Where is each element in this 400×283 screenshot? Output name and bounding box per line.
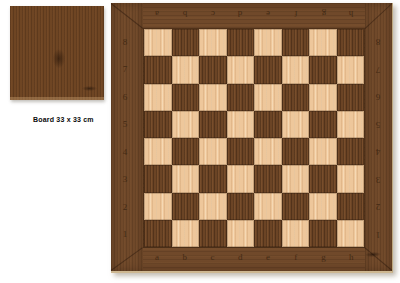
square-e3	[254, 165, 282, 192]
square-f8	[282, 29, 310, 56]
rank-label-right-7: 7	[366, 56, 390, 84]
square-c2	[199, 193, 227, 220]
square-d1	[227, 220, 255, 247]
rank-label-right-6: 6	[366, 83, 390, 111]
file-label-top-h: h	[337, 4, 365, 24]
square-d8	[227, 29, 255, 56]
square-a1	[144, 220, 172, 247]
square-d2	[227, 193, 255, 220]
square-a6	[144, 84, 172, 111]
file-label-bottom-c: c	[199, 248, 227, 265]
square-b6	[172, 84, 200, 111]
product-page: Board 33 x 33 cm abcdefgh abcdefgh 87654…	[0, 0, 400, 283]
board-size-caption: Board 33 x 33 cm	[33, 116, 94, 123]
square-h4	[337, 138, 365, 165]
square-d3	[227, 165, 255, 192]
square-c7	[199, 56, 227, 83]
rank-label-left-1: 1	[113, 221, 137, 249]
square-e6	[254, 84, 282, 111]
rank-label-left-5: 5	[113, 111, 137, 139]
square-e2	[254, 193, 282, 220]
file-labels-top: abcdefgh	[143, 4, 365, 24]
rank-label-left-3: 3	[113, 166, 137, 194]
brand-stamp-front	[365, 252, 381, 258]
file-label-top-a: a	[143, 4, 171, 24]
square-c8	[199, 29, 227, 56]
square-a3	[144, 165, 172, 192]
file-label-bottom-f: f	[282, 248, 310, 265]
file-label-top-c: c	[199, 4, 227, 24]
square-e8	[254, 29, 282, 56]
file-label-top-e: e	[254, 4, 282, 24]
file-label-bottom-g: g	[310, 248, 338, 265]
rank-label-left-2: 2	[113, 193, 137, 221]
square-b5	[172, 111, 200, 138]
rank-label-right-4: 4	[366, 138, 390, 166]
square-e1	[254, 220, 282, 247]
square-g5	[309, 111, 337, 138]
file-label-top-b: b	[171, 4, 199, 24]
square-g8	[309, 29, 337, 56]
square-b4	[172, 138, 200, 165]
square-f1	[282, 220, 310, 247]
square-f3	[282, 165, 310, 192]
chess-board: abcdefgh abcdefgh 87654321 87654321	[111, 3, 393, 273]
square-e5	[254, 111, 282, 138]
square-b8	[172, 29, 200, 56]
square-g2	[309, 193, 337, 220]
rank-label-right-3: 3	[366, 166, 390, 194]
square-e7	[254, 56, 282, 83]
square-c3	[199, 165, 227, 192]
square-f6	[282, 84, 310, 111]
rank-labels-left: 87654321	[113, 28, 137, 248]
square-a7	[144, 56, 172, 83]
square-g3	[309, 165, 337, 192]
file-label-bottom-d: d	[226, 248, 254, 265]
board-back-photo	[10, 6, 104, 100]
square-g1	[309, 220, 337, 247]
square-e4	[254, 138, 282, 165]
rank-label-right-8: 8	[366, 28, 390, 56]
square-f2	[282, 193, 310, 220]
square-c5	[199, 111, 227, 138]
file-label-bottom-e: e	[254, 248, 282, 265]
rank-label-right-1: 1	[366, 221, 390, 249]
rank-label-left-4: 4	[113, 138, 137, 166]
file-labels-bottom: abcdefgh	[143, 248, 365, 265]
rank-label-right-5: 5	[366, 111, 390, 139]
square-g6	[309, 84, 337, 111]
square-b3	[172, 165, 200, 192]
square-h5	[337, 111, 365, 138]
file-label-bottom-a: a	[143, 248, 171, 265]
square-a8	[144, 29, 172, 56]
file-label-top-d: d	[226, 4, 254, 24]
rank-label-right-2: 2	[366, 193, 390, 221]
square-a4	[144, 138, 172, 165]
square-f5	[282, 111, 310, 138]
square-h3	[337, 165, 365, 192]
square-g4	[309, 138, 337, 165]
rank-label-left-8: 8	[113, 28, 137, 56]
square-h1	[337, 220, 365, 247]
square-h6	[337, 84, 365, 111]
rank-label-left-7: 7	[113, 56, 137, 84]
square-f4	[282, 138, 310, 165]
square-h7	[337, 56, 365, 83]
square-h2	[337, 193, 365, 220]
square-g7	[309, 56, 337, 83]
square-h8	[337, 29, 365, 56]
square-a2	[144, 193, 172, 220]
square-d6	[227, 84, 255, 111]
brand-stamp-back	[82, 86, 97, 91]
square-c4	[199, 138, 227, 165]
square-b7	[172, 56, 200, 83]
file-label-top-g: g	[310, 4, 338, 24]
file-label-bottom-h: h	[337, 248, 365, 265]
square-c1	[199, 220, 227, 247]
square-b1	[172, 220, 200, 247]
square-f7	[282, 56, 310, 83]
square-c6	[199, 84, 227, 111]
square-b2	[172, 193, 200, 220]
rank-labels-right: 87654321	[366, 28, 390, 248]
file-label-top-f: f	[282, 4, 310, 24]
board-field	[143, 28, 365, 248]
rank-label-left-6: 6	[113, 83, 137, 111]
square-d4	[227, 138, 255, 165]
square-d7	[227, 56, 255, 83]
file-label-bottom-b: b	[171, 248, 199, 265]
square-a5	[144, 111, 172, 138]
square-d5	[227, 111, 255, 138]
